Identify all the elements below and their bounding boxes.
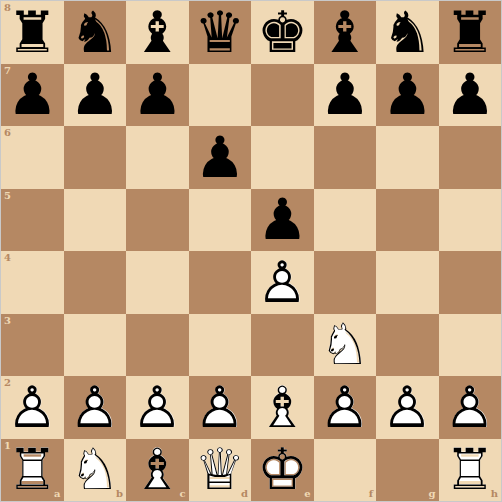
white-pawn[interactable]: ♟♙ xyxy=(189,376,252,439)
square-a6[interactable]: 6 xyxy=(1,126,64,189)
square-e3[interactable] xyxy=(251,314,314,377)
black-pawn-glyph: ♟ xyxy=(251,189,314,252)
black-king[interactable]: ♚ xyxy=(251,1,314,64)
rank-label-5: 5 xyxy=(4,191,11,201)
square-f8[interactable]: ♝ xyxy=(314,1,377,64)
white-pawn[interactable]: ♟♙ xyxy=(376,376,439,439)
square-a1[interactable]: 1a♜♖ xyxy=(1,439,64,502)
white-bishop[interactable]: ♝♗ xyxy=(126,439,189,502)
square-f4[interactable] xyxy=(314,251,377,314)
square-h1[interactable]: h♜♖ xyxy=(439,439,502,502)
black-pawn[interactable]: ♟ xyxy=(251,189,314,252)
white-bishop[interactable]: ♝♗ xyxy=(251,376,314,439)
square-a7[interactable]: 7♟ xyxy=(1,64,64,127)
black-pawn-glyph: ♟ xyxy=(126,64,189,127)
white-bishop-outline: ♗ xyxy=(126,439,189,502)
black-knight[interactable]: ♞ xyxy=(64,1,127,64)
square-d4[interactable] xyxy=(189,251,252,314)
white-bishop-outline: ♗ xyxy=(251,376,314,439)
square-d3[interactable] xyxy=(189,314,252,377)
black-pawn[interactable]: ♟ xyxy=(376,64,439,127)
square-e7[interactable] xyxy=(251,64,314,127)
square-b1[interactable]: b♞♘ xyxy=(64,439,127,502)
white-king-outline: ♔ xyxy=(251,439,314,502)
white-pawn[interactable]: ♟♙ xyxy=(126,376,189,439)
square-f3[interactable]: ♞♘ xyxy=(314,314,377,377)
white-pawn-outline: ♙ xyxy=(251,251,314,314)
square-c6[interactable] xyxy=(126,126,189,189)
square-h5[interactable] xyxy=(439,189,502,252)
black-pawn-glyph: ♟ xyxy=(376,64,439,127)
black-rook[interactable]: ♜ xyxy=(1,1,64,64)
rank-label-6: 6 xyxy=(4,128,11,138)
square-a8[interactable]: 8♜ xyxy=(1,1,64,64)
square-e6[interactable] xyxy=(251,126,314,189)
square-d5[interactable] xyxy=(189,189,252,252)
square-b5[interactable] xyxy=(64,189,127,252)
black-bishop-glyph: ♝ xyxy=(314,1,377,64)
square-e8[interactable]: ♚ xyxy=(251,1,314,64)
white-rook-outline: ♖ xyxy=(439,439,502,502)
square-a4[interactable]: 4 xyxy=(1,251,64,314)
square-d6[interactable]: ♟ xyxy=(189,126,252,189)
black-knight-glyph: ♞ xyxy=(376,1,439,64)
square-c8[interactable]: ♝ xyxy=(126,1,189,64)
black-knight-glyph: ♞ xyxy=(64,1,127,64)
chess-board: 8♜♞♝♛♚♝♞♜7♟♟♟♟♟♟6♟5♟4♟♙3♞♘2♟♙♟♙♟♙♟♙♝♗♟♙♟… xyxy=(0,0,502,502)
square-h8[interactable]: ♜ xyxy=(439,1,502,64)
square-c1[interactable]: c♝♗ xyxy=(126,439,189,502)
square-g4[interactable] xyxy=(376,251,439,314)
square-c5[interactable] xyxy=(126,189,189,252)
square-g5[interactable] xyxy=(376,189,439,252)
square-d2[interactable]: ♟♙ xyxy=(189,376,252,439)
black-knight[interactable]: ♞ xyxy=(376,1,439,64)
white-rook-outline: ♖ xyxy=(1,439,64,502)
black-queen[interactable]: ♛ xyxy=(189,1,252,64)
square-b7[interactable]: ♟ xyxy=(64,64,127,127)
white-knight-outline: ♘ xyxy=(314,314,377,377)
white-pawn-outline: ♙ xyxy=(189,376,252,439)
black-pawn-glyph: ♟ xyxy=(64,64,127,127)
black-pawn-glyph: ♟ xyxy=(1,64,64,127)
square-c7[interactable]: ♟ xyxy=(126,64,189,127)
white-pawn[interactable]: ♟♙ xyxy=(251,251,314,314)
square-c4[interactable] xyxy=(126,251,189,314)
square-f6[interactable] xyxy=(314,126,377,189)
black-pawn[interactable]: ♟ xyxy=(189,126,252,189)
square-b3[interactable] xyxy=(64,314,127,377)
white-king[interactable]: ♚♔ xyxy=(251,439,314,502)
black-pawn[interactable]: ♟ xyxy=(439,64,502,127)
square-f1[interactable]: f xyxy=(314,439,377,502)
square-h6[interactable] xyxy=(439,126,502,189)
square-g8[interactable]: ♞ xyxy=(376,1,439,64)
square-b2[interactable]: ♟♙ xyxy=(64,376,127,439)
square-c2[interactable]: ♟♙ xyxy=(126,376,189,439)
square-e4[interactable]: ♟♙ xyxy=(251,251,314,314)
square-g2[interactable]: ♟♙ xyxy=(376,376,439,439)
white-knight-outline: ♘ xyxy=(64,439,127,502)
square-a5[interactable]: 5 xyxy=(1,189,64,252)
square-g7[interactable]: ♟ xyxy=(376,64,439,127)
black-pawn-glyph: ♟ xyxy=(189,126,252,189)
white-knight[interactable]: ♞♘ xyxy=(314,314,377,377)
black-king-glyph: ♚ xyxy=(251,1,314,64)
white-knight[interactable]: ♞♘ xyxy=(64,439,127,502)
square-e2[interactable]: ♝♗ xyxy=(251,376,314,439)
square-a3[interactable]: 3 xyxy=(1,314,64,377)
white-pawn-outline: ♙ xyxy=(314,376,377,439)
square-f5[interactable] xyxy=(314,189,377,252)
square-b6[interactable] xyxy=(64,126,127,189)
black-pawn-glyph: ♟ xyxy=(439,64,502,127)
black-rook[interactable]: ♜ xyxy=(439,1,502,64)
square-g1[interactable]: g xyxy=(376,439,439,502)
black-pawn[interactable]: ♟ xyxy=(64,64,127,127)
square-f2[interactable]: ♟♙ xyxy=(314,376,377,439)
white-pawn-outline: ♙ xyxy=(1,376,64,439)
rank-label-4: 4 xyxy=(4,253,11,263)
white-pawn[interactable]: ♟♙ xyxy=(439,376,502,439)
square-h4[interactable] xyxy=(439,251,502,314)
black-pawn[interactable]: ♟ xyxy=(126,64,189,127)
square-h2[interactable]: ♟♙ xyxy=(439,376,502,439)
black-bishop[interactable]: ♝ xyxy=(314,1,377,64)
white-pawn-outline: ♙ xyxy=(64,376,127,439)
square-g3[interactable] xyxy=(376,314,439,377)
black-bishop[interactable]: ♝ xyxy=(126,1,189,64)
white-pawn-outline: ♙ xyxy=(376,376,439,439)
square-b8[interactable]: ♞ xyxy=(64,1,127,64)
square-h3[interactable] xyxy=(439,314,502,377)
square-h7[interactable]: ♟ xyxy=(439,64,502,127)
black-pawn[interactable]: ♟ xyxy=(1,64,64,127)
black-bishop-glyph: ♝ xyxy=(126,1,189,64)
white-pawn-outline: ♙ xyxy=(126,376,189,439)
square-a2[interactable]: 2♟♙ xyxy=(1,376,64,439)
file-label-f: f xyxy=(369,489,373,499)
black-pawn[interactable]: ♟ xyxy=(314,64,377,127)
white-pawn-outline: ♙ xyxy=(439,376,502,439)
board-grid: 8♜♞♝♛♚♝♞♜7♟♟♟♟♟♟6♟5♟4♟♙3♞♘2♟♙♟♙♟♙♟♙♝♗♟♙♟… xyxy=(1,1,501,501)
black-pawn-glyph: ♟ xyxy=(314,64,377,127)
white-rook[interactable]: ♜♖ xyxy=(439,439,502,502)
square-d8[interactable]: ♛ xyxy=(189,1,252,64)
square-c3[interactable] xyxy=(126,314,189,377)
square-e1[interactable]: e♚♔ xyxy=(251,439,314,502)
black-queen-glyph: ♛ xyxy=(189,1,252,64)
white-rook[interactable]: ♜♖ xyxy=(1,439,64,502)
square-e5[interactable]: ♟ xyxy=(251,189,314,252)
white-pawn[interactable]: ♟♙ xyxy=(314,376,377,439)
square-f7[interactable]: ♟ xyxy=(314,64,377,127)
white-queen[interactable]: ♛♕ xyxy=(189,439,252,502)
square-d7[interactable] xyxy=(189,64,252,127)
white-pawn[interactable]: ♟♙ xyxy=(64,376,127,439)
white-pawn[interactable]: ♟♙ xyxy=(1,376,64,439)
black-rook-glyph: ♜ xyxy=(439,1,502,64)
file-label-g: g xyxy=(429,489,436,499)
black-rook-glyph: ♜ xyxy=(1,1,64,64)
square-d1[interactable]: d♛♕ xyxy=(189,439,252,502)
rank-label-3: 3 xyxy=(4,316,11,326)
square-g6[interactable] xyxy=(376,126,439,189)
white-queen-outline: ♕ xyxy=(189,439,252,502)
square-b4[interactable] xyxy=(64,251,127,314)
